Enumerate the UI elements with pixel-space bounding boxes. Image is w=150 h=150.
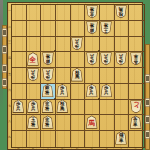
board-grid [11, 4, 145, 148]
square-7a[interactable] [41, 5, 56, 21]
shogi-board: 金将桂馬銀将王将歩兵全銀将歩兵歩兵歩兵香車歩兵歩兵桂馬銀将歩兵歩兵歩兵歩兵歩兵金… [7, 2, 143, 150]
square-4b[interactable] [85, 21, 100, 37]
square-7h[interactable] [41, 115, 56, 131]
square-6f[interactable] [56, 84, 71, 100]
captured-piece-sliver[interactable] [145, 115, 150, 124]
square-1g[interactable] [129, 100, 144, 116]
square-9c[interactable] [12, 37, 27, 53]
square-8i[interactable] [27, 131, 42, 147]
square-2g[interactable] [115, 100, 130, 116]
square-4f[interactable] [85, 84, 100, 100]
square-6g[interactable] [56, 100, 71, 116]
square-1a[interactable] [129, 5, 144, 21]
square-9b[interactable] [12, 21, 27, 37]
square-3c[interactable] [100, 37, 115, 53]
square-6b[interactable] [56, 21, 71, 37]
square-6e[interactable] [56, 68, 71, 84]
square-6d[interactable] [56, 52, 71, 68]
square-6a[interactable] [56, 5, 71, 21]
square-2a[interactable] [115, 5, 130, 21]
square-9a[interactable] [12, 5, 27, 21]
square-7i[interactable] [41, 131, 56, 147]
square-7d[interactable] [41, 52, 56, 68]
square-4h[interactable] [85, 115, 100, 131]
square-9i[interactable] [12, 131, 27, 147]
captured-piece-sliver[interactable] [145, 98, 150, 107]
square-2d[interactable] [115, 52, 130, 68]
square-3a[interactable] [100, 5, 115, 21]
square-9g[interactable] [12, 100, 27, 116]
square-5e[interactable] [71, 68, 86, 84]
shogi-app-screen: 金将桂馬銀将王将歩兵全銀将歩兵歩兵歩兵香車歩兵歩兵桂馬銀将歩兵歩兵歩兵歩兵歩兵金… [0, 0, 150, 150]
square-1f[interactable] [129, 84, 144, 100]
square-3g[interactable] [100, 100, 115, 116]
square-4c[interactable] [85, 37, 100, 53]
square-5a[interactable] [71, 5, 86, 21]
square-9e[interactable] [12, 68, 27, 84]
square-7e[interactable] [41, 68, 56, 84]
square-1i[interactable] [129, 131, 144, 147]
square-3f[interactable] [100, 84, 115, 100]
captured-piece-sliver[interactable] [145, 130, 150, 139]
square-5g[interactable] [71, 100, 86, 116]
square-9f[interactable] [12, 84, 27, 100]
square-1h[interactable] [129, 115, 144, 131]
square-9d[interactable] [12, 52, 27, 68]
square-3b[interactable] [100, 21, 115, 37]
square-2e[interactable] [115, 68, 130, 84]
square-1d[interactable] [129, 52, 144, 68]
square-2b[interactable] [115, 21, 130, 37]
square-4i[interactable] [85, 131, 100, 147]
square-1c[interactable] [129, 37, 144, 53]
square-2c[interactable] [115, 37, 130, 53]
square-3i[interactable] [100, 131, 115, 147]
sente-captured-piece-tray [145, 44, 150, 150]
square-8d[interactable] [27, 52, 42, 68]
captured-piece-sliver[interactable] [145, 74, 150, 83]
square-6c[interactable] [56, 37, 71, 53]
square-2i[interactable] [115, 131, 130, 147]
square-8c[interactable] [27, 37, 42, 53]
square-4a[interactable] [85, 5, 100, 21]
square-8f[interactable] [27, 84, 42, 100]
square-5i[interactable] [71, 131, 86, 147]
square-5c[interactable] [71, 37, 86, 53]
square-4d[interactable] [85, 52, 100, 68]
square-4g[interactable] [85, 100, 100, 116]
square-7f[interactable] [41, 84, 56, 100]
square-5h[interactable] [71, 115, 86, 131]
square-2f[interactable] [115, 84, 130, 100]
square-8e[interactable] [27, 68, 42, 84]
square-8b[interactable] [27, 21, 42, 37]
square-7b[interactable] [41, 21, 56, 37]
square-4e[interactable] [85, 68, 100, 84]
square-6h[interactable] [56, 115, 71, 131]
square-8g[interactable] [27, 100, 42, 116]
square-5f[interactable] [71, 84, 86, 100]
square-3d[interactable] [100, 52, 115, 68]
square-1e[interactable] [129, 68, 144, 84]
square-3e[interactable] [100, 68, 115, 84]
square-8h[interactable] [27, 115, 42, 131]
square-6i[interactable] [56, 131, 71, 147]
square-2h[interactable] [115, 115, 130, 131]
square-8a[interactable] [27, 5, 42, 21]
square-3h[interactable] [100, 115, 115, 131]
square-5b[interactable] [71, 21, 86, 37]
square-5d[interactable] [71, 52, 86, 68]
square-7g[interactable] [41, 100, 56, 116]
square-1b[interactable] [129, 21, 144, 37]
square-7c[interactable] [41, 37, 56, 53]
square-9h[interactable] [12, 115, 27, 131]
